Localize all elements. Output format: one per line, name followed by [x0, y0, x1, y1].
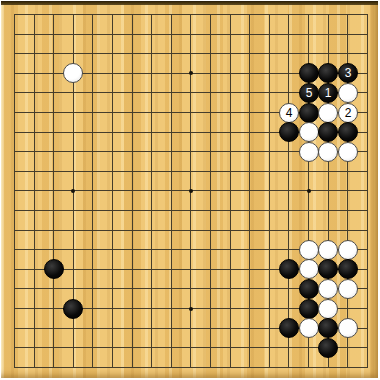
stone-move-number: 2 — [345, 107, 352, 119]
grid-line-horizontal — [14, 347, 368, 348]
black-stone — [318, 63, 338, 83]
white-stone — [338, 142, 358, 162]
grid-line-vertical — [92, 14, 93, 368]
stone-move-number: 5 — [306, 87, 313, 99]
white-stone — [63, 63, 83, 83]
grid-line-horizontal — [14, 230, 368, 231]
white-stone — [338, 279, 358, 299]
white-stone — [338, 83, 358, 103]
black-stone: 1 — [318, 83, 338, 103]
grid-line-horizontal — [14, 367, 368, 368]
board-surface[interactable]: 35142 — [1, 1, 378, 378]
black-stone — [318, 318, 338, 338]
black-stone — [299, 63, 319, 83]
grid-line-horizontal — [14, 34, 368, 35]
white-stone — [318, 279, 338, 299]
go-board[interactable]: 35142 — [1, 1, 378, 378]
grid-line-vertical — [249, 14, 250, 368]
white-stone — [318, 103, 338, 123]
white-stone: 2 — [338, 103, 358, 123]
white-stone — [318, 142, 338, 162]
white-stone — [299, 142, 319, 162]
black-stone — [338, 259, 358, 279]
grid-line-vertical — [53, 14, 54, 368]
star-point — [307, 189, 311, 193]
page-background: 35142 — [0, 0, 380, 380]
black-stone — [299, 279, 319, 299]
white-stone — [299, 122, 319, 142]
white-stone — [299, 318, 319, 338]
star-point — [189, 189, 193, 193]
white-stone — [299, 240, 319, 260]
black-stone: 3 — [338, 63, 358, 83]
grid-line-vertical — [210, 14, 211, 368]
white-stone — [318, 299, 338, 319]
star-point — [189, 71, 193, 75]
black-stone — [338, 122, 358, 142]
black-stone — [279, 318, 299, 338]
black-stone — [299, 299, 319, 319]
stone-move-number: 1 — [325, 87, 332, 99]
star-point — [189, 307, 193, 311]
grid-line-vertical — [230, 14, 231, 368]
black-stone — [44, 259, 64, 279]
grid-line-vertical — [288, 14, 289, 368]
white-stone: 4 — [279, 103, 299, 123]
black-stone — [63, 299, 83, 319]
star-point — [71, 189, 75, 193]
stone-move-number: 4 — [286, 107, 293, 119]
black-stone — [318, 122, 338, 142]
black-stone — [279, 122, 299, 142]
grid-line-vertical — [112, 14, 113, 368]
grid-line-horizontal — [14, 14, 368, 15]
grid-line-horizontal — [14, 53, 368, 54]
grid-line-horizontal — [14, 210, 368, 211]
black-stone — [318, 259, 338, 279]
black-stone — [279, 259, 299, 279]
grid-line-vertical — [14, 14, 15, 368]
grid-line-horizontal — [14, 171, 368, 172]
grid-line-vertical — [132, 14, 133, 368]
black-stone — [299, 103, 319, 123]
grid-line-vertical — [269, 14, 270, 368]
white-stone — [318, 240, 338, 260]
black-stone — [318, 338, 338, 358]
grid-line-vertical — [367, 14, 368, 368]
grid-line-vertical — [34, 14, 35, 368]
black-stone: 5 — [299, 83, 319, 103]
white-stone — [299, 259, 319, 279]
grid-line-vertical — [171, 14, 172, 368]
white-stone — [338, 318, 358, 338]
stone-move-number: 3 — [345, 67, 352, 79]
white-stone — [338, 240, 358, 260]
grid-line-vertical — [151, 14, 152, 368]
